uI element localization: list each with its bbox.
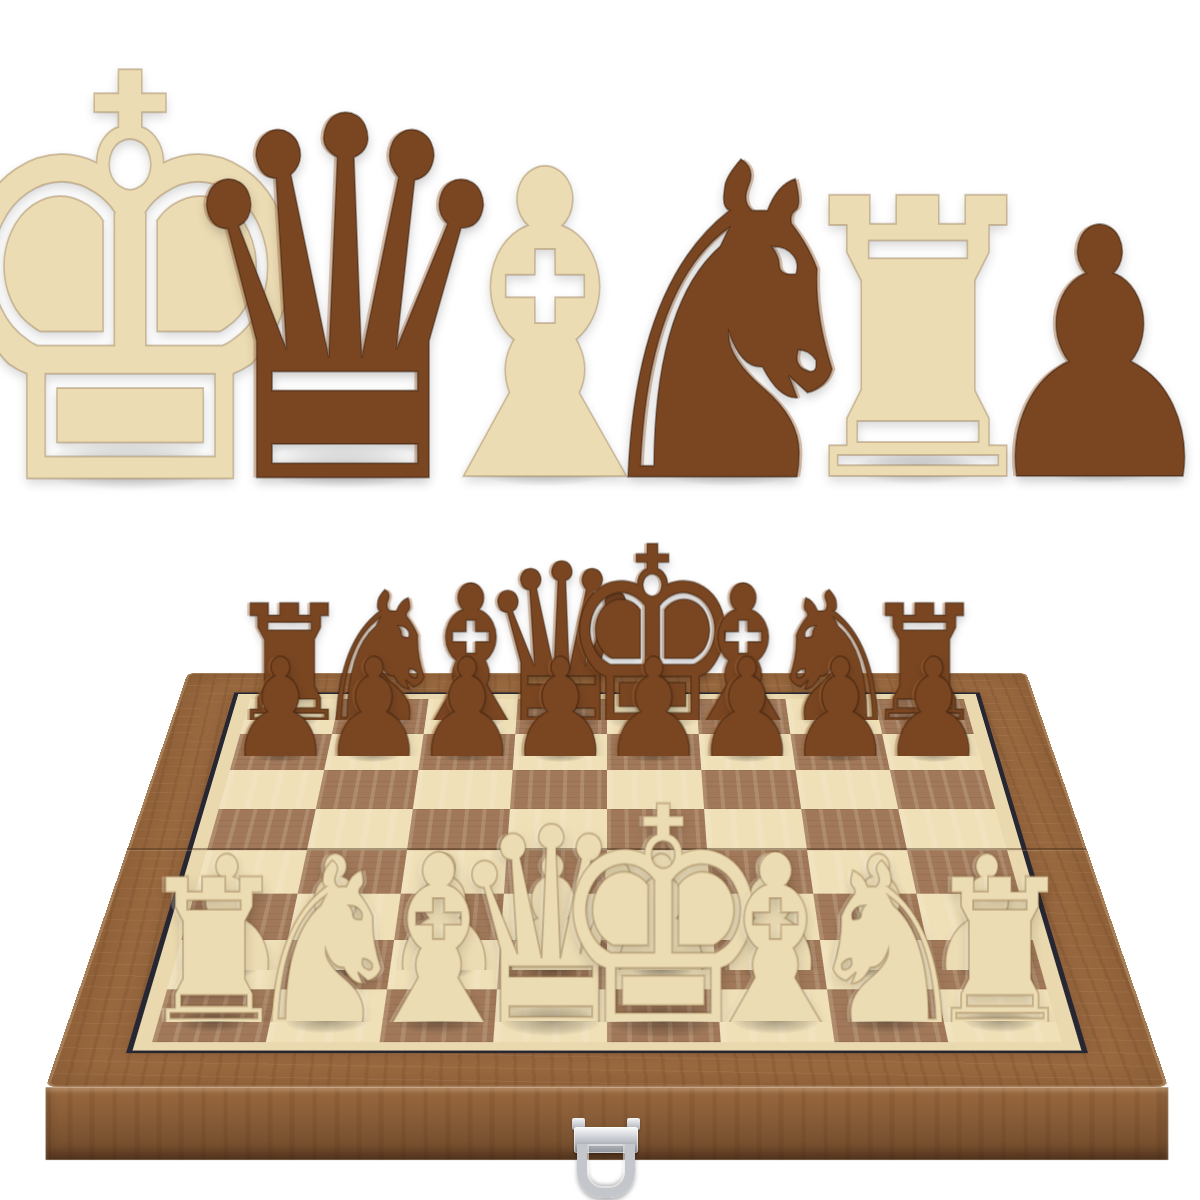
product-photo: ♚♛♝♞♜♟ ♜♞♝♛♚♝♞♜♟♟♟♟♟♟♟♟♟♟♟♟♟♟♟♟♜♞♝♛♚♝♞♜ — [0, 0, 1200, 1200]
square-a7 — [230, 734, 332, 771]
square-b8 — [332, 699, 429, 734]
latch-loop — [577, 1144, 635, 1198]
square-c8 — [424, 699, 518, 734]
chessboard: ♜♞♝♛♚♝♞♜♟♟♟♟♟♟♟♟♟♟♟♟♟♟♟♟♜♞♝♛♚♝♞♜ — [46, 673, 1169, 1087]
board-scene: ♜♞♝♛♚♝♞♜♟♟♟♟♟♟♟♟♟♟♟♟♟♟♟♟♜♞♝♛♚♝♞♜ — [127, 370, 1087, 1200]
square-h7 — [882, 734, 984, 771]
square-h8 — [875, 699, 974, 734]
latch — [566, 1118, 646, 1200]
square-b7 — [324, 734, 424, 771]
square-g8 — [785, 699, 882, 734]
square-g7 — [790, 734, 890, 771]
piece-light-rook-h1: ♜ — [923, 820, 1077, 1022]
square-a8 — [240, 699, 339, 734]
